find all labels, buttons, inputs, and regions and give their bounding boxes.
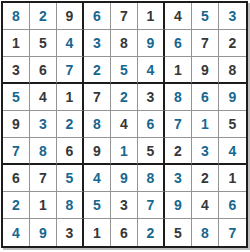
sudoku-cell-r5c2[interactable]: 3 (30, 111, 57, 138)
sudoku-cell-r2c7[interactable]: 6 (165, 30, 192, 57)
sudoku-cell-r9c4[interactable]: 1 (84, 219, 111, 246)
entered-digit: 9 (147, 36, 155, 50)
sudoku-cell-r6c3[interactable]: 6 (57, 138, 84, 165)
sudoku-cell-r9c3[interactable]: 3 (57, 219, 84, 246)
sudoku-cell-r2c6[interactable]: 9 (138, 30, 165, 57)
sudoku-cell-r4c1[interactable]: 5 (3, 84, 30, 111)
sudoku-cell-r7c3[interactable]: 5 (57, 165, 84, 192)
given-digit: 8 (229, 63, 237, 77)
entered-digit: 1 (201, 117, 209, 131)
sudoku-cell-r5c1[interactable]: 9 (3, 111, 30, 138)
given-digit: 5 (39, 36, 47, 50)
given-digit: 1 (147, 9, 155, 23)
given-digit: 3 (120, 198, 128, 212)
sudoku-cell-r6c4[interactable]: 9 (84, 138, 111, 165)
sudoku-cell-r2c4[interactable]: 3 (84, 30, 111, 57)
entered-digit: 5 (201, 9, 209, 23)
entered-digit: 7 (66, 63, 74, 77)
entered-digit: 9 (174, 198, 182, 212)
sudoku-cell-r7c4[interactable]: 4 (84, 165, 111, 192)
given-digit: 9 (201, 63, 209, 77)
entered-digit: 5 (66, 171, 74, 185)
entered-digit: 7 (174, 117, 182, 131)
sudoku-cell-r5c3[interactable]: 2 (57, 111, 84, 138)
sudoku-cell-r2c8[interactable]: 7 (192, 30, 219, 57)
sudoku-cell-r2c5[interactable]: 8 (111, 30, 138, 57)
given-digit: 4 (39, 90, 47, 104)
given-digit: 7 (93, 90, 101, 104)
sudoku-cell-r9c5[interactable]: 6 (111, 219, 138, 246)
given-digit: 6 (120, 226, 128, 240)
sudoku-cell-r3c4[interactable]: 2 (84, 57, 111, 84)
entered-digit: 5 (93, 198, 101, 212)
sudoku-cell-r8c5[interactable]: 3 (111, 192, 138, 219)
given-digit: 3 (66, 226, 74, 240)
entered-digit: 7 (12, 144, 20, 158)
sudoku-cell-r9c1[interactable]: 4 (3, 219, 30, 246)
sudoku-cell-r6c6[interactable]: 5 (138, 138, 165, 165)
sudoku-cell-r7c7[interactable]: 3 (165, 165, 192, 192)
given-digit: 6 (66, 144, 74, 158)
given-digit: 5 (229, 117, 237, 131)
sudoku-cell-r4c2[interactable]: 4 (30, 84, 57, 111)
sudoku-cell-r1c7[interactable]: 4 (165, 3, 192, 30)
entered-digit: 2 (39, 9, 47, 23)
sudoku-cell-r6c8[interactable]: 3 (192, 138, 219, 165)
entered-digit: 2 (93, 63, 101, 77)
sudoku-cell-r1c1[interactable]: 8 (3, 3, 30, 30)
entered-digit: 2 (66, 117, 74, 131)
entered-digit: 8 (93, 117, 101, 131)
entered-digit: 1 (120, 144, 128, 158)
given-digit: 1 (39, 198, 47, 212)
sudoku-cell-r9c2[interactable]: 9 (30, 219, 57, 246)
sudoku-cell-r4c9[interactable]: 9 (219, 84, 246, 111)
sudoku-cell-r6c5[interactable]: 1 (111, 138, 138, 165)
sudoku-cell-r4c5[interactable]: 2 (111, 84, 138, 111)
entered-digit: 3 (93, 36, 101, 50)
sudoku-cell-r6c7[interactable]: 2 (165, 138, 192, 165)
sudoku-cell-r4c7[interactable]: 8 (165, 84, 192, 111)
sudoku-cell-r1c9[interactable]: 3 (219, 3, 246, 30)
sudoku-cell-r4c3[interactable]: 1 (57, 84, 84, 111)
given-digit: 5 (147, 144, 155, 158)
entered-digit: 8 (201, 226, 209, 240)
sudoku-cell-r8c7[interactable]: 9 (165, 192, 192, 219)
given-digit: 2 (174, 144, 182, 158)
entered-digit: 7 (229, 226, 237, 240)
sudoku-cell-r3c1[interactable]: 3 (3, 57, 30, 84)
sudoku-cell-r8c2[interactable]: 1 (30, 192, 57, 219)
entered-digit: 4 (66, 36, 74, 50)
entered-digit: 8 (12, 9, 20, 23)
given-digit: 7 (39, 171, 47, 185)
sudoku-cell-r3c5[interactable]: 5 (111, 57, 138, 84)
sudoku-cell-r1c8[interactable]: 5 (192, 3, 219, 30)
sudoku-cell-r7c9[interactable]: 1 (219, 165, 246, 192)
sudoku-cell-r1c5[interactable]: 7 (111, 3, 138, 30)
entered-digit: 6 (174, 36, 182, 50)
sudoku-cell-r7c2[interactable]: 7 (30, 165, 57, 192)
entered-digit: 4 (229, 144, 237, 158)
entered-digit: 2 (12, 198, 20, 212)
entered-digit: 6 (229, 198, 237, 212)
sudoku-cell-r1c2[interactable]: 2 (30, 3, 57, 30)
given-digit: 9 (93, 144, 101, 158)
sudoku-cell-r5c6[interactable]: 6 (138, 111, 165, 138)
sudoku-cell-r3c6[interactable]: 4 (138, 57, 165, 84)
entered-digit: 9 (229, 90, 237, 104)
sudoku-cell-r6c9[interactable]: 4 (219, 138, 246, 165)
sudoku-cell-r5c7[interactable]: 7 (165, 111, 192, 138)
given-digit: 1 (229, 171, 237, 185)
sudoku-cell-r3c9[interactable]: 8 (219, 57, 246, 84)
sudoku-cell-r3c8[interactable]: 9 (192, 57, 219, 84)
given-digit: 9 (12, 117, 20, 131)
sudoku-cell-r5c8[interactable]: 1 (192, 111, 219, 138)
sudoku-cell-r2c1[interactable]: 1 (3, 30, 30, 57)
given-digit: 7 (120, 9, 128, 23)
sudoku-cell-r2c9[interactable]: 2 (219, 30, 246, 57)
entered-digit: 8 (39, 144, 47, 158)
sudoku-cell-r9c9[interactable]: 7 (219, 219, 246, 246)
sudoku-cell-r4c8[interactable]: 6 (192, 84, 219, 111)
entered-digit: 4 (12, 226, 20, 240)
sudoku-cell-r7c1[interactable]: 6 (3, 165, 30, 192)
given-digit: 6 (12, 171, 20, 185)
entered-digit: 6 (201, 90, 209, 104)
given-digit: 3 (12, 63, 20, 77)
entered-digit: 3 (174, 171, 182, 185)
given-digit: 9 (66, 9, 74, 23)
sudoku-cell-r8c4[interactable]: 5 (84, 192, 111, 219)
sudoku-cell-r8c3[interactable]: 8 (57, 192, 84, 219)
entered-digit: 4 (93, 171, 101, 185)
given-digit: 5 (174, 226, 182, 240)
sudoku-cell-r5c4[interactable]: 8 (84, 111, 111, 138)
entered-digit: 3 (39, 117, 47, 131)
given-digit: 4 (120, 117, 128, 131)
given-digit: 7 (201, 36, 209, 50)
sudoku-cell-r2c3[interactable]: 4 (57, 30, 84, 57)
sudoku-cell-r8c9[interactable]: 6 (219, 192, 246, 219)
sudoku-cell-r9c6[interactable]: 2 (138, 219, 165, 246)
given-digit: 2 (201, 171, 209, 185)
sudoku-cell-r4c6[interactable]: 3 (138, 84, 165, 111)
sudoku-cell-r2c2[interactable]: 5 (30, 30, 57, 57)
given-digit: 1 (12, 36, 20, 50)
sudoku-cell-r7c5[interactable]: 9 (111, 165, 138, 192)
entered-digit: 8 (66, 198, 74, 212)
given-digit: 6 (39, 63, 47, 77)
entered-digit: 5 (120, 63, 128, 77)
sudoku-cell-r3c3[interactable]: 7 (57, 57, 84, 84)
given-digit: 1 (66, 90, 74, 104)
given-digit: 4 (201, 198, 209, 212)
sudoku-cell-r1c6[interactable]: 1 (138, 3, 165, 30)
sudoku-cell-r9c7[interactable]: 5 (165, 219, 192, 246)
entered-digit: 2 (120, 90, 128, 104)
entered-digit: 4 (147, 63, 155, 77)
sudoku-cell-r6c2[interactable]: 8 (30, 138, 57, 165)
entered-digit: 8 (147, 171, 155, 185)
sudoku-cell-r5c9[interactable]: 5 (219, 111, 246, 138)
given-digit: 2 (229, 36, 237, 50)
entered-digit: 9 (120, 171, 128, 185)
entered-digit: 6 (147, 117, 155, 131)
given-digit: 3 (147, 90, 155, 104)
entered-digit: 7 (147, 198, 155, 212)
sudoku-cell-r8c6[interactable]: 7 (138, 192, 165, 219)
sudoku-cell-r7c6[interactable]: 8 (138, 165, 165, 192)
sudoku-cell-r9c8[interactable]: 8 (192, 219, 219, 246)
entered-digit: 3 (229, 9, 237, 23)
entered-digit: 2 (147, 226, 155, 240)
given-digit: 8 (120, 36, 128, 50)
sudoku-cell-r6c1[interactable]: 7 (3, 138, 30, 165)
sudoku-cell-r4c4[interactable]: 7 (84, 84, 111, 111)
sudoku-cell-r5c5[interactable]: 4 (111, 111, 138, 138)
sudoku-cell-r3c7[interactable]: 1 (165, 57, 192, 84)
sudoku-cell-r8c8[interactable]: 4 (192, 192, 219, 219)
given-digit: 1 (93, 226, 101, 240)
sudoku-board: 8296714531543896723672541985417238699328… (1, 1, 248, 248)
sudoku-cell-r3c2[interactable]: 6 (30, 57, 57, 84)
sudoku-cell-r7c8[interactable]: 2 (192, 165, 219, 192)
sudoku-cell-r8c1[interactable]: 2 (3, 192, 30, 219)
entered-digit: 6 (93, 9, 101, 23)
entered-digit: 8 (174, 90, 182, 104)
entered-digit: 3 (201, 144, 209, 158)
given-digit: 1 (174, 63, 182, 77)
entered-digit: 5 (12, 90, 20, 104)
sudoku-cell-r1c3[interactable]: 9 (57, 3, 84, 30)
given-digit: 4 (174, 9, 182, 23)
sudoku-cell-r1c4[interactable]: 6 (84, 3, 111, 30)
entered-digit: 9 (39, 226, 47, 240)
